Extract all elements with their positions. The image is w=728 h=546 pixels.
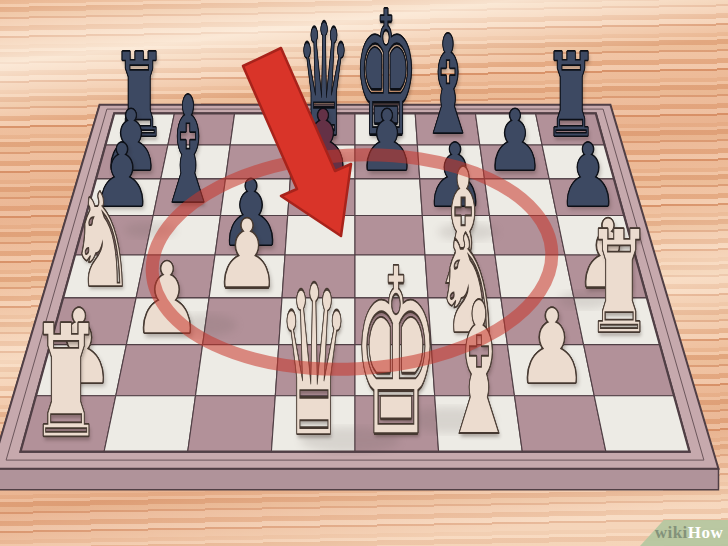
wikihow-chess-illustration: ♜♛♚♝♜♟♟♟♟♟♝♟♟♟♞♟♝♟♟♞♜♟♟♜♛♚♝ wikiHow — [0, 0, 728, 546]
watermark-text-wiki: wiki — [655, 523, 688, 543]
annotation-overlay — [0, 0, 728, 546]
center-highlight-ellipse — [147, 145, 558, 380]
red-arrow-icon — [243, 48, 351, 236]
watermark-text-how: How — [688, 523, 724, 543]
